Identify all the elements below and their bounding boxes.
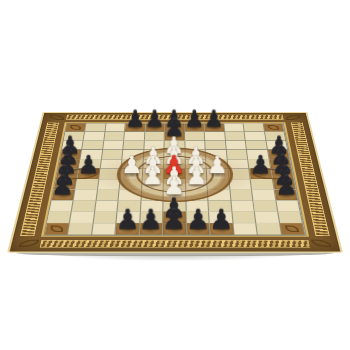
cell-i11[interactable] <box>224 123 245 132</box>
cell-k1[interactable] <box>280 223 306 235</box>
cell-b11[interactable] <box>85 123 106 132</box>
board-frame: ♟♟♟♟♟♟♟♟♟♟♟♟♟♟♟♟♟♟♟♟♟♟♟♟♟♟♟♟♟♟♟♟♟♟♟♟♟ <box>7 112 343 253</box>
cell-b4[interactable] <box>74 189 98 200</box>
cell-j9[interactable] <box>246 141 268 150</box>
cell-g4[interactable] <box>186 189 209 200</box>
cell-e4[interactable] <box>141 189 164 200</box>
cell-b9[interactable] <box>82 141 104 150</box>
attacker-piece[interactable]: ♟ <box>204 107 225 130</box>
cell-h4[interactable] <box>208 189 231 200</box>
cell-b3[interactable] <box>72 200 96 211</box>
cell-a1[interactable] <box>45 223 71 235</box>
attacker-piece[interactable]: ♟ <box>275 172 298 198</box>
dragon-curl-icon <box>19 239 40 247</box>
cell-h11[interactable]: ♟ <box>204 123 224 132</box>
cell-d6[interactable]: ♟ <box>121 169 143 179</box>
cell-i1[interactable] <box>233 223 258 235</box>
cell-h5[interactable] <box>207 179 230 189</box>
cell-a2[interactable] <box>47 211 72 223</box>
cell-j3[interactable] <box>253 200 277 211</box>
cell-g10[interactable] <box>185 132 205 141</box>
cell-b1[interactable] <box>68 223 93 235</box>
defender-piece[interactable]: ♟ <box>142 163 164 188</box>
cell-c2[interactable] <box>94 211 118 223</box>
cell-i5[interactable] <box>229 179 252 189</box>
hnefatafl-board: ♟♟♟♟♟♟♟♟♟♟♟♟♟♟♟♟♟♟♟♟♟♟♟♟♟♟♟♟♟♟♟♟♟♟♟♟♟ <box>7 112 343 253</box>
cell-d1[interactable]: ♟ <box>116 223 140 235</box>
cell-k3[interactable] <box>276 200 301 211</box>
cell-k4[interactable]: ♟ <box>274 189 298 200</box>
cell-g5[interactable]: ♟ <box>186 179 208 189</box>
cell-i6[interactable] <box>228 169 251 179</box>
cell-j4[interactable] <box>252 189 276 200</box>
dragon-curl-icon <box>311 239 332 247</box>
cell-i8[interactable] <box>226 150 248 159</box>
dragon-curl-icon <box>285 115 301 120</box>
attacker-piece[interactable]: ♟ <box>209 206 234 234</box>
cell-i9[interactable] <box>226 141 247 150</box>
cell-j11[interactable] <box>244 123 265 132</box>
cell-j5[interactable] <box>251 179 274 189</box>
product-photo-stage: ♟♟♟♟♟♟♟♟♟♟♟♟♟♟♟♟♟♟♟♟♟♟♟♟♟♟♟♟♟♟♟♟♟♟♟♟♟ <box>0 0 350 350</box>
cell-i3[interactable] <box>231 200 255 211</box>
cell-h10[interactable] <box>205 132 226 141</box>
cell-h1[interactable]: ♟ <box>210 223 234 235</box>
attacker-piece[interactable]: ♟ <box>51 172 74 198</box>
cell-c7[interactable] <box>101 159 123 169</box>
attacker-piece[interactable]: ♟ <box>115 206 140 234</box>
attacker-piece[interactable]: ♟ <box>144 107 165 130</box>
cell-d9[interactable] <box>124 141 145 150</box>
defender-piece[interactable]: ♟ <box>185 163 207 188</box>
cell-j6[interactable]: ♟ <box>249 169 272 179</box>
attacker-piece[interactable]: ♟ <box>250 152 273 177</box>
cell-g1[interactable]: ♟ <box>187 223 211 235</box>
defender-piece[interactable]: ♟ <box>207 153 229 177</box>
cell-i2[interactable] <box>232 211 256 223</box>
attacker-piece[interactable]: ♟ <box>186 206 211 234</box>
cell-b10[interactable] <box>84 132 105 141</box>
scene-3d: ♟♟♟♟♟♟♟♟♟♟♟♟♟♟♟♟♟♟♟♟♟♟♟♟♟♟♟♟♟♟♟♟♟♟♟♟♟ <box>0 0 350 350</box>
cell-a4[interactable]: ♟ <box>52 189 76 200</box>
cell-c10[interactable] <box>104 132 125 141</box>
cell-j10[interactable] <box>245 132 266 141</box>
cell-b2[interactable] <box>70 211 95 223</box>
cell-c11[interactable] <box>105 123 126 132</box>
cell-e10[interactable] <box>145 132 165 141</box>
cell-h9[interactable] <box>205 141 226 150</box>
attacker-piece[interactable]: ♟ <box>184 107 205 130</box>
attacker-piece[interactable]: ♟ <box>138 206 163 234</box>
cell-j2[interactable] <box>255 211 280 223</box>
cell-c4[interactable] <box>97 189 120 200</box>
cell-d5[interactable] <box>120 179 143 189</box>
cell-i10[interactable] <box>225 132 246 141</box>
cell-b5[interactable] <box>76 179 99 189</box>
cell-d10[interactable] <box>124 132 145 141</box>
cell-c5[interactable] <box>98 179 121 189</box>
knotwork-border-bottom <box>40 240 310 248</box>
cell-b6[interactable]: ♟ <box>78 169 101 179</box>
cell-j1[interactable] <box>256 223 281 235</box>
attacker-piece[interactable]: ♟ <box>162 206 187 234</box>
cell-c6[interactable] <box>99 169 122 179</box>
board-grid: ♟♟♟♟♟♟♟♟♟♟♟♟♟♟♟♟♟♟♟♟♟♟♟♟♟♟♟♟♟♟♟♟♟♟♟♟♟ <box>43 123 306 236</box>
attacker-piece[interactable]: ♟ <box>77 152 100 177</box>
cell-e1[interactable]: ♟ <box>139 223 163 235</box>
cell-e11[interactable]: ♟ <box>145 123 165 132</box>
cell-f1[interactable]: ♟ <box>163 223 187 235</box>
cell-g11[interactable]: ♟ <box>185 123 205 132</box>
cell-c1[interactable] <box>92 223 117 235</box>
cell-i4[interactable] <box>230 189 253 200</box>
defender-piece[interactable]: ♟ <box>121 153 143 177</box>
cell-k2[interactable] <box>278 211 303 223</box>
attacker-piece[interactable]: ♟ <box>124 107 145 130</box>
cell-i7[interactable] <box>227 159 249 169</box>
cell-a3[interactable] <box>49 200 74 211</box>
cell-d4[interactable] <box>119 189 142 200</box>
cell-e5[interactable]: ♟ <box>142 179 164 189</box>
cell-c9[interactable] <box>103 141 124 150</box>
cell-h6[interactable]: ♟ <box>207 169 229 179</box>
dragon-curl-icon <box>49 115 65 120</box>
cell-d11[interactable]: ♟ <box>125 123 145 132</box>
